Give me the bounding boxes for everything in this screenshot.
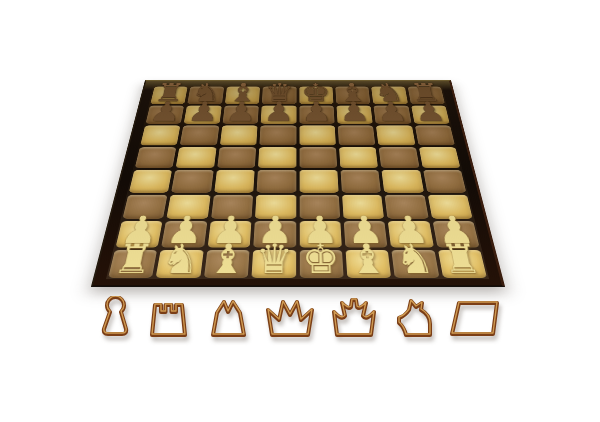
square-g1[interactable]: ♞ <box>392 250 440 278</box>
photo-stage: ♜♞♝♛♚♝♞♜♟♟♟♟♟♟♟♟♟♟♟♟♟♟♟♟♜♞♝♛♚♝♞♜ <box>0 0 600 422</box>
bishop-cutter-icon <box>203 296 253 340</box>
square-e5[interactable] <box>299 147 337 168</box>
square-h5[interactable] <box>419 147 461 168</box>
square-e6[interactable] <box>299 125 336 145</box>
rook-cutter-icon <box>143 296 193 340</box>
piece-black-pawn[interactable]: ♟ <box>301 98 332 125</box>
king-cutter-icon <box>327 296 381 340</box>
square-e4[interactable] <box>299 170 338 193</box>
piece-white-knight[interactable]: ♞ <box>393 238 437 279</box>
square-c5[interactable] <box>217 147 256 168</box>
piece-white-bishop[interactable]: ♝ <box>206 238 247 279</box>
square-f5[interactable] <box>339 147 378 168</box>
square-g7[interactable]: ♟ <box>374 105 412 123</box>
piece-black-pawn[interactable]: ♟ <box>338 98 371 125</box>
square-b1[interactable]: ♞ <box>156 250 204 278</box>
piece-black-pawn[interactable]: ♟ <box>225 98 258 125</box>
piece-black-pawn[interactable]: ♟ <box>148 98 184 125</box>
square-a1[interactable]: ♜ <box>108 250 157 278</box>
piece-black-pawn[interactable]: ♟ <box>375 98 409 125</box>
square-d4[interactable] <box>257 170 296 193</box>
piece-black-pawn[interactable]: ♟ <box>412 98 448 125</box>
piece-white-queen[interactable]: ♛ <box>254 238 293 279</box>
square-cutter-icon <box>447 296 503 340</box>
piece-white-bishop[interactable]: ♝ <box>347 238 388 279</box>
square-g4[interactable] <box>382 170 424 193</box>
square-h7[interactable]: ♟ <box>411 105 450 123</box>
piece-white-knight[interactable]: ♞ <box>159 238 203 279</box>
square-b4[interactable] <box>171 170 213 193</box>
square-e1[interactable]: ♚ <box>299 250 343 278</box>
square-c1[interactable]: ♝ <box>204 250 250 278</box>
square-a7[interactable]: ♟ <box>146 105 185 123</box>
square-c6[interactable] <box>220 125 258 145</box>
square-g5[interactable] <box>379 147 420 168</box>
piece-white-king[interactable]: ♚ <box>302 238 341 279</box>
square-b5[interactable] <box>176 147 217 168</box>
square-d5[interactable] <box>258 147 296 168</box>
queen-cutter-icon <box>263 296 317 340</box>
square-d6[interactable] <box>259 125 296 145</box>
square-c7[interactable]: ♟ <box>222 105 259 123</box>
baking-sheet: ♜♞♝♛♚♝♞♜♟♟♟♟♟♟♟♟♟♟♟♟♟♟♟♟♜♞♝♛♚♝♞♜ <box>91 80 505 287</box>
chess-board: ♜♞♝♛♚♝♞♜♟♟♟♟♟♟♟♟♟♟♟♟♟♟♟♟♜♞♝♛♚♝♞♜ <box>108 87 487 278</box>
square-h1[interactable]: ♜ <box>438 250 487 278</box>
square-f1[interactable]: ♝ <box>345 250 391 278</box>
square-h4[interactable] <box>423 170 466 193</box>
piece-black-pawn[interactable]: ♟ <box>263 98 294 125</box>
square-f7[interactable]: ♟ <box>336 105 373 123</box>
square-a6[interactable] <box>140 125 180 145</box>
square-g6[interactable] <box>376 125 415 145</box>
pawn-cutter-icon <box>97 296 133 340</box>
square-d1[interactable]: ♛ <box>252 250 296 278</box>
square-d7[interactable]: ♟ <box>261 105 296 123</box>
square-c4[interactable] <box>214 170 255 193</box>
square-b6[interactable] <box>180 125 219 145</box>
square-f4[interactable] <box>340 170 381 193</box>
square-f6[interactable] <box>338 125 376 145</box>
cookie-cutters-row <box>97 296 503 340</box>
piece-black-pawn[interactable]: ♟ <box>186 98 220 125</box>
square-h6[interactable] <box>415 125 455 145</box>
square-b7[interactable]: ♟ <box>184 105 222 123</box>
square-a4[interactable] <box>129 170 173 193</box>
knight-cutter-icon <box>391 296 437 340</box>
square-a5[interactable] <box>135 147 177 168</box>
square-e7[interactable]: ♟ <box>299 105 334 123</box>
